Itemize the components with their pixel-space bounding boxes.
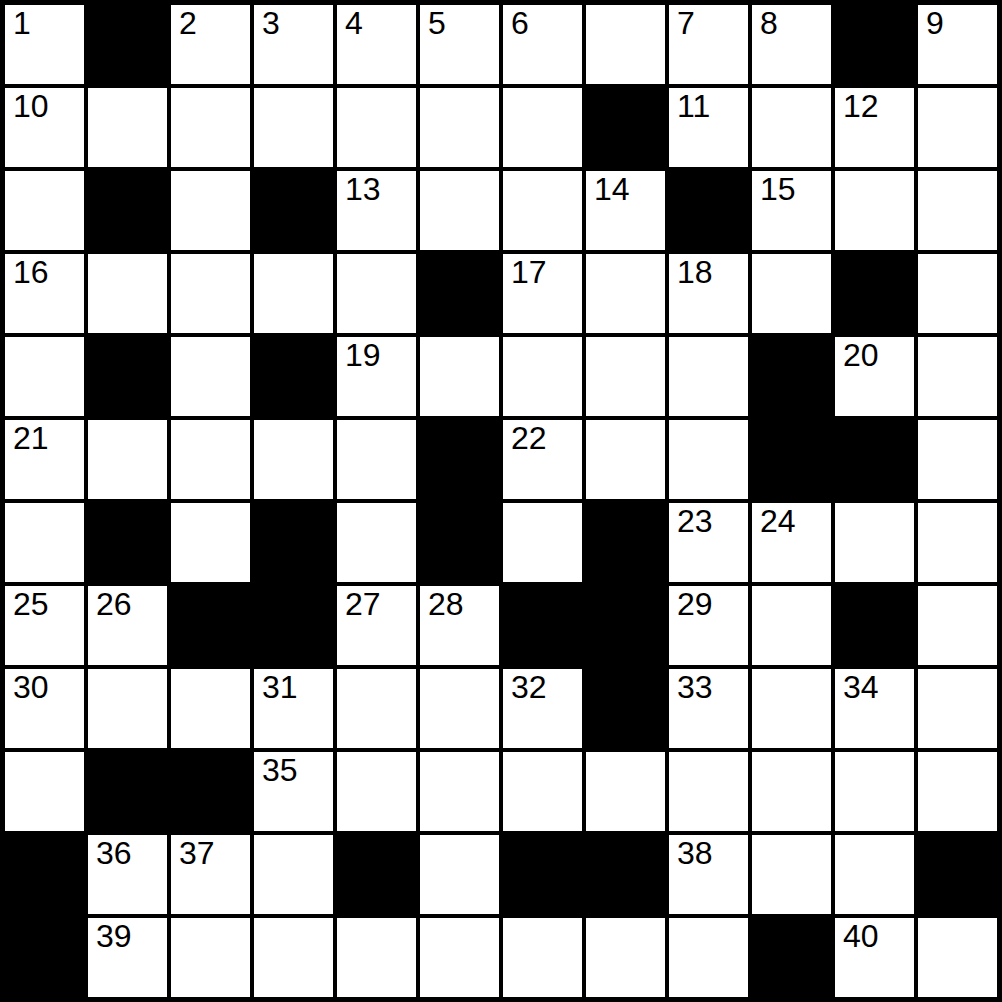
clue-number-9: 9 bbox=[926, 6, 944, 41]
clue-number-27: 27 bbox=[345, 587, 381, 622]
clue-number-30: 30 bbox=[13, 670, 49, 705]
white-cell-r1c12[interactable]: 9 bbox=[918, 5, 997, 84]
clue-number-4: 4 bbox=[345, 6, 363, 41]
white-cell-r12c12[interactable] bbox=[918, 918, 997, 997]
black-cell-r8c4 bbox=[254, 586, 333, 665]
clue-number-7: 7 bbox=[677, 6, 695, 41]
white-cell-r11c11[interactable] bbox=[835, 835, 914, 914]
clue-number-23: 23 bbox=[677, 504, 713, 539]
white-cell-r2c6[interactable] bbox=[420, 88, 499, 167]
white-cell-r12c11[interactable]: 40 bbox=[835, 918, 914, 997]
white-cell-r6c7[interactable]: 22 bbox=[503, 420, 582, 499]
white-cell-r10c8[interactable] bbox=[586, 752, 665, 831]
white-cell-r7c7[interactable] bbox=[503, 503, 582, 582]
black-cell-r8c8 bbox=[586, 586, 665, 665]
white-cell-r2c3[interactable] bbox=[171, 88, 250, 167]
black-cell-r11c5 bbox=[337, 835, 416, 914]
white-cell-r6c2[interactable] bbox=[88, 420, 167, 499]
white-cell-r2c12[interactable] bbox=[918, 88, 997, 167]
clue-number-11: 11 bbox=[677, 89, 710, 124]
white-cell-r10c10[interactable] bbox=[752, 752, 831, 831]
black-cell-r8c7 bbox=[503, 586, 582, 665]
white-cell-r12c2[interactable]: 39 bbox=[88, 918, 167, 997]
white-cell-r1c5[interactable]: 4 bbox=[337, 5, 416, 84]
clue-number-26: 26 bbox=[96, 587, 132, 622]
clue-number-29: 29 bbox=[677, 587, 713, 622]
crossword-board: 1234567891011121314151617181920212223242… bbox=[0, 0, 1002, 1002]
white-cell-r2c11[interactable]: 12 bbox=[835, 88, 914, 167]
white-cell-r11c4[interactable] bbox=[254, 835, 333, 914]
white-cell-r1c8[interactable] bbox=[586, 5, 665, 84]
white-cell-r4c3[interactable] bbox=[171, 254, 250, 333]
white-cell-r8c9[interactable]: 29 bbox=[669, 586, 748, 665]
white-cell-r8c2[interactable]: 26 bbox=[88, 586, 167, 665]
black-cell-r11c7 bbox=[503, 835, 582, 914]
white-cell-r4c1[interactable]: 16 bbox=[5, 254, 84, 333]
white-cell-r5c9[interactable] bbox=[669, 337, 748, 416]
clue-number-34: 34 bbox=[843, 670, 879, 705]
black-cell-r4c6 bbox=[420, 254, 499, 333]
white-cell-r4c7[interactable]: 17 bbox=[503, 254, 582, 333]
white-cell-r5c7[interactable] bbox=[503, 337, 582, 416]
white-cell-r5c1[interactable] bbox=[5, 337, 84, 416]
white-cell-r2c4[interactable] bbox=[254, 88, 333, 167]
white-cell-r3c5[interactable]: 13 bbox=[337, 171, 416, 250]
clue-number-19: 19 bbox=[345, 338, 381, 373]
black-cell-r7c8 bbox=[586, 503, 665, 582]
white-cell-r2c10[interactable] bbox=[752, 88, 831, 167]
white-cell-r7c10[interactable]: 24 bbox=[752, 503, 831, 582]
white-cell-r5c6[interactable] bbox=[420, 337, 499, 416]
black-cell-r11c12 bbox=[918, 835, 997, 914]
white-cell-r3c3[interactable] bbox=[171, 171, 250, 250]
white-cell-r10c1[interactable] bbox=[5, 752, 84, 831]
white-cell-r7c9[interactable]: 23 bbox=[669, 503, 748, 582]
white-cell-r8c10[interactable] bbox=[752, 586, 831, 665]
white-cell-r3c7[interactable] bbox=[503, 171, 582, 250]
white-cell-r7c5[interactable] bbox=[337, 503, 416, 582]
black-cell-r9c8 bbox=[586, 669, 665, 748]
white-cell-r10c9[interactable] bbox=[669, 752, 748, 831]
clue-number-28: 28 bbox=[428, 587, 464, 622]
white-cell-r8c1[interactable]: 25 bbox=[5, 586, 84, 665]
white-cell-r9c3[interactable] bbox=[171, 669, 250, 748]
black-cell-r5c4 bbox=[254, 337, 333, 416]
white-cell-r6c4[interactable] bbox=[254, 420, 333, 499]
black-cell-r6c6 bbox=[420, 420, 499, 499]
white-cell-r2c7[interactable] bbox=[503, 88, 582, 167]
black-cell-r3c2 bbox=[88, 171, 167, 250]
white-cell-r5c8[interactable] bbox=[586, 337, 665, 416]
black-cell-r12c10 bbox=[752, 918, 831, 997]
black-cell-r10c2 bbox=[88, 752, 167, 831]
white-cell-r1c6[interactable]: 5 bbox=[420, 5, 499, 84]
white-cell-r9c2[interactable] bbox=[88, 669, 167, 748]
clue-number-17: 17 bbox=[511, 255, 547, 290]
white-cell-r4c4[interactable] bbox=[254, 254, 333, 333]
white-cell-r12c5[interactable] bbox=[337, 918, 416, 997]
white-cell-r3c6[interactable] bbox=[420, 171, 499, 250]
white-cell-r1c10[interactable]: 8 bbox=[752, 5, 831, 84]
white-cell-r1c4[interactable]: 3 bbox=[254, 5, 333, 84]
clue-number-15: 15 bbox=[760, 172, 796, 207]
white-cell-r12c8[interactable] bbox=[586, 918, 665, 997]
black-cell-r5c10 bbox=[752, 337, 831, 416]
clue-number-3: 3 bbox=[262, 6, 280, 41]
white-cell-r11c6[interactable] bbox=[420, 835, 499, 914]
black-cell-r6c11 bbox=[835, 420, 914, 499]
white-cell-r7c11[interactable] bbox=[835, 503, 914, 582]
black-cell-r10c3 bbox=[171, 752, 250, 831]
clue-number-38: 38 bbox=[677, 836, 713, 871]
clue-number-6: 6 bbox=[511, 6, 529, 41]
clue-number-22: 22 bbox=[511, 421, 547, 456]
black-cell-r4c11 bbox=[835, 254, 914, 333]
black-cell-r3c9 bbox=[669, 171, 748, 250]
white-cell-r5c5[interactable]: 19 bbox=[337, 337, 416, 416]
white-cell-r1c1[interactable]: 1 bbox=[5, 5, 84, 84]
white-cell-r10c4[interactable]: 35 bbox=[254, 752, 333, 831]
clue-number-18: 18 bbox=[677, 255, 713, 290]
clue-number-10: 10 bbox=[13, 89, 49, 124]
black-cell-r1c11 bbox=[835, 5, 914, 84]
white-cell-r4c12[interactable] bbox=[918, 254, 997, 333]
white-cell-r12c9[interactable] bbox=[669, 918, 748, 997]
white-cell-r9c10[interactable] bbox=[752, 669, 831, 748]
white-cell-r6c12[interactable] bbox=[918, 420, 997, 499]
white-cell-r11c10[interactable] bbox=[752, 835, 831, 914]
white-cell-r4c2[interactable] bbox=[88, 254, 167, 333]
white-cell-r9c7[interactable]: 32 bbox=[503, 669, 582, 748]
black-cell-r5c2 bbox=[88, 337, 167, 416]
clue-number-2: 2 bbox=[179, 6, 197, 41]
white-cell-r5c11[interactable]: 20 bbox=[835, 337, 914, 416]
black-cell-r3c4 bbox=[254, 171, 333, 250]
white-cell-r3c8[interactable]: 14 bbox=[586, 171, 665, 250]
white-cell-r12c4[interactable] bbox=[254, 918, 333, 997]
white-cell-r9c4[interactable]: 31 bbox=[254, 669, 333, 748]
white-cell-r3c1[interactable] bbox=[5, 171, 84, 250]
white-cell-r8c12[interactable] bbox=[918, 586, 997, 665]
white-cell-r12c7[interactable] bbox=[503, 918, 582, 997]
white-cell-r9c12[interactable] bbox=[918, 669, 997, 748]
clue-number-1: 1 bbox=[13, 6, 31, 41]
white-cell-r6c8[interactable] bbox=[586, 420, 665, 499]
white-cell-r10c6[interactable] bbox=[420, 752, 499, 831]
white-cell-r8c5[interactable]: 27 bbox=[337, 586, 416, 665]
white-cell-r10c7[interactable] bbox=[503, 752, 582, 831]
white-cell-r6c3[interactable] bbox=[171, 420, 250, 499]
white-cell-r9c1[interactable]: 30 bbox=[5, 669, 84, 748]
clue-number-40: 40 bbox=[843, 919, 879, 954]
white-cell-r1c7[interactable]: 6 bbox=[503, 5, 582, 84]
black-cell-r11c1 bbox=[5, 835, 84, 914]
white-cell-r7c1[interactable] bbox=[5, 503, 84, 582]
white-cell-r3c10[interactable]: 15 bbox=[752, 171, 831, 250]
white-cell-r10c12[interactable] bbox=[918, 752, 997, 831]
clue-number-8: 8 bbox=[760, 6, 778, 41]
white-cell-r4c5[interactable] bbox=[337, 254, 416, 333]
white-cell-r6c1[interactable]: 21 bbox=[5, 420, 84, 499]
white-cell-r7c3[interactable] bbox=[171, 503, 250, 582]
white-cell-r1c9[interactable]: 7 bbox=[669, 5, 748, 84]
black-cell-r12c1 bbox=[5, 918, 84, 997]
white-cell-r10c5[interactable] bbox=[337, 752, 416, 831]
clue-number-36: 36 bbox=[96, 836, 132, 871]
black-cell-r8c3 bbox=[171, 586, 250, 665]
white-cell-r3c11[interactable] bbox=[835, 171, 914, 250]
white-cell-r2c1[interactable]: 10 bbox=[5, 88, 84, 167]
clue-number-12: 12 bbox=[843, 89, 879, 124]
white-cell-r5c12[interactable] bbox=[918, 337, 997, 416]
black-cell-r7c6 bbox=[420, 503, 499, 582]
white-cell-r2c2[interactable] bbox=[88, 88, 167, 167]
white-cell-r9c6[interactable] bbox=[420, 669, 499, 748]
clue-number-35: 35 bbox=[262, 753, 298, 788]
white-cell-r11c2[interactable]: 36 bbox=[88, 835, 167, 914]
black-cell-r2c8 bbox=[586, 88, 665, 167]
white-cell-r5c3[interactable] bbox=[171, 337, 250, 416]
clue-number-13: 13 bbox=[345, 172, 381, 207]
clue-number-37: 37 bbox=[179, 836, 215, 871]
clue-number-33: 33 bbox=[677, 670, 713, 705]
white-cell-r4c10[interactable] bbox=[752, 254, 831, 333]
white-cell-r2c9[interactable]: 11 bbox=[669, 88, 748, 167]
white-cell-r9c5[interactable] bbox=[337, 669, 416, 748]
white-cell-r4c8[interactable] bbox=[586, 254, 665, 333]
black-cell-r8c11 bbox=[835, 586, 914, 665]
white-cell-r6c9[interactable] bbox=[669, 420, 748, 499]
white-cell-r1c3[interactable]: 2 bbox=[171, 5, 250, 84]
clue-number-31: 31 bbox=[262, 670, 298, 705]
clue-number-16: 16 bbox=[13, 255, 49, 290]
clue-number-39: 39 bbox=[96, 919, 132, 954]
white-cell-r10c11[interactable] bbox=[835, 752, 914, 831]
black-cell-r1c2 bbox=[88, 5, 167, 84]
black-cell-r7c4 bbox=[254, 503, 333, 582]
clue-number-25: 25 bbox=[13, 587, 49, 622]
black-cell-r7c2 bbox=[88, 503, 167, 582]
clue-number-5: 5 bbox=[428, 6, 446, 41]
white-cell-r6c5[interactable] bbox=[337, 420, 416, 499]
clue-number-24: 24 bbox=[760, 504, 796, 539]
white-cell-r12c3[interactable] bbox=[171, 918, 250, 997]
white-cell-r8c6[interactable]: 28 bbox=[420, 586, 499, 665]
white-cell-r7c12[interactable] bbox=[918, 503, 997, 582]
white-cell-r3c12[interactable] bbox=[918, 171, 997, 250]
clue-number-14: 14 bbox=[594, 172, 630, 207]
white-cell-r9c9[interactable]: 33 bbox=[669, 669, 748, 748]
black-cell-r6c10 bbox=[752, 420, 831, 499]
white-cell-r11c9[interactable]: 38 bbox=[669, 835, 748, 914]
white-cell-r2c5[interactable] bbox=[337, 88, 416, 167]
black-cell-r11c8 bbox=[586, 835, 665, 914]
clue-number-32: 32 bbox=[511, 670, 547, 705]
white-cell-r4c9[interactable]: 18 bbox=[669, 254, 748, 333]
white-cell-r9c11[interactable]: 34 bbox=[835, 669, 914, 748]
white-cell-r11c3[interactable]: 37 bbox=[171, 835, 250, 914]
clue-number-20: 20 bbox=[843, 338, 879, 373]
white-cell-r12c6[interactable] bbox=[420, 918, 499, 997]
clue-number-21: 21 bbox=[13, 421, 49, 456]
